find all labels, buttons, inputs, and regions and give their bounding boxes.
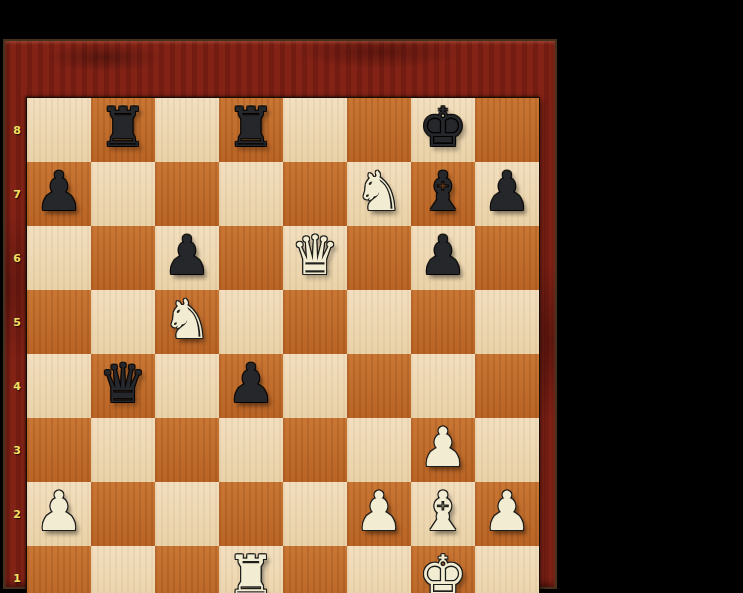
- black-king-piece[interactable]: ♚: [419, 101, 467, 155]
- square-a6[interactable]: [27, 226, 91, 290]
- square-c8[interactable]: [155, 98, 219, 162]
- square-h3[interactable]: [475, 418, 539, 482]
- black-pawn-piece[interactable]: ♟: [227, 357, 275, 411]
- square-h1[interactable]: [475, 546, 539, 593]
- square-a1[interactable]: [27, 546, 91, 593]
- square-c7[interactable]: [155, 162, 219, 226]
- white-queen-piece[interactable]: ♛: [291, 229, 339, 283]
- square-d3[interactable]: [219, 418, 283, 482]
- square-b1[interactable]: [91, 546, 155, 593]
- square-b5[interactable]: [91, 290, 155, 354]
- square-b3[interactable]: [91, 418, 155, 482]
- square-d2[interactable]: [219, 482, 283, 546]
- black-pawn-piece[interactable]: ♟: [483, 165, 531, 219]
- black-pawn-piece[interactable]: ♟: [35, 165, 83, 219]
- square-d4[interactable]: ♟: [219, 354, 283, 418]
- square-f6[interactable]: [347, 226, 411, 290]
- square-e7[interactable]: [283, 162, 347, 226]
- rank-label-8: 8: [8, 98, 26, 162]
- square-h8[interactable]: [475, 98, 539, 162]
- white-pawn-piece[interactable]: ♟: [355, 485, 403, 539]
- square-a3[interactable]: [27, 418, 91, 482]
- square-f5[interactable]: [347, 290, 411, 354]
- square-h5[interactable]: [475, 290, 539, 354]
- square-b6[interactable]: [91, 226, 155, 290]
- square-e5[interactable]: [283, 290, 347, 354]
- square-e4[interactable]: [283, 354, 347, 418]
- square-d5[interactable]: [219, 290, 283, 354]
- square-g1[interactable]: ♚: [411, 546, 475, 593]
- white-knight-piece[interactable]: ♞: [355, 165, 403, 219]
- rank-label-4: 4: [8, 354, 26, 418]
- chess-board: ♜♜♚♟♞♝♟♟♛♟♞♛♟♟♟♟♝♟♜♚: [26, 97, 540, 593]
- square-f3[interactable]: [347, 418, 411, 482]
- square-b2[interactable]: [91, 482, 155, 546]
- white-bishop-piece[interactable]: ♝: [419, 485, 467, 539]
- black-rook-piece[interactable]: ♜: [227, 101, 275, 155]
- square-a2[interactable]: ♟: [27, 482, 91, 546]
- square-f4[interactable]: [347, 354, 411, 418]
- square-c5[interactable]: ♞: [155, 290, 219, 354]
- square-h2[interactable]: ♟: [475, 482, 539, 546]
- square-b7[interactable]: [91, 162, 155, 226]
- square-c6[interactable]: ♟: [155, 226, 219, 290]
- square-e2[interactable]: [283, 482, 347, 546]
- square-g5[interactable]: [411, 290, 475, 354]
- black-pawn-piece[interactable]: ♟: [163, 229, 211, 283]
- white-knight-piece[interactable]: ♞: [163, 293, 211, 347]
- black-pawn-piece[interactable]: ♟: [419, 229, 467, 283]
- square-b4[interactable]: ♛: [91, 354, 155, 418]
- white-pawn-piece[interactable]: ♟: [483, 485, 531, 539]
- square-h4[interactable]: [475, 354, 539, 418]
- square-c3[interactable]: [155, 418, 219, 482]
- square-f2[interactable]: ♟: [347, 482, 411, 546]
- square-f1[interactable]: [347, 546, 411, 593]
- square-e6[interactable]: ♛: [283, 226, 347, 290]
- square-g3[interactable]: ♟: [411, 418, 475, 482]
- white-rook-piece[interactable]: ♜: [227, 549, 275, 593]
- square-d6[interactable]: [219, 226, 283, 290]
- rank-label-7: 7: [8, 162, 26, 226]
- rank-label-1: 1: [8, 546, 26, 593]
- square-c2[interactable]: [155, 482, 219, 546]
- square-d7[interactable]: [219, 162, 283, 226]
- square-a7[interactable]: ♟: [27, 162, 91, 226]
- square-c4[interactable]: [155, 354, 219, 418]
- square-d1[interactable]: ♜: [219, 546, 283, 593]
- black-rook-piece[interactable]: ♜: [99, 101, 147, 155]
- square-h6[interactable]: [475, 226, 539, 290]
- square-g6[interactable]: ♟: [411, 226, 475, 290]
- square-g4[interactable]: [411, 354, 475, 418]
- black-bishop-piece[interactable]: ♝: [419, 165, 467, 219]
- rank-label-5: 5: [8, 290, 26, 354]
- square-h7[interactable]: ♟: [475, 162, 539, 226]
- white-king-piece[interactable]: ♚: [419, 549, 467, 593]
- square-g8[interactable]: ♚: [411, 98, 475, 162]
- square-g2[interactable]: ♝: [411, 482, 475, 546]
- rank-label-6: 6: [8, 226, 26, 290]
- square-c1[interactable]: [155, 546, 219, 593]
- white-pawn-piece[interactable]: ♟: [419, 421, 467, 475]
- square-a4[interactable]: [27, 354, 91, 418]
- rank-labels: 87654321: [8, 98, 26, 593]
- square-b8[interactable]: ♜: [91, 98, 155, 162]
- square-f7[interactable]: ♞: [347, 162, 411, 226]
- square-e3[interactable]: [283, 418, 347, 482]
- square-f8[interactable]: [347, 98, 411, 162]
- square-a5[interactable]: [27, 290, 91, 354]
- square-d8[interactable]: ♜: [219, 98, 283, 162]
- rank-label-2: 2: [8, 482, 26, 546]
- white-pawn-piece[interactable]: ♟: [35, 485, 83, 539]
- square-e1[interactable]: [283, 546, 347, 593]
- square-a8[interactable]: [27, 98, 91, 162]
- square-e8[interactable]: [283, 98, 347, 162]
- square-g7[interactable]: ♝: [411, 162, 475, 226]
- chess-app-window: 87654321 ABCDEFGH ♜♜♚♟♞♝♟♟♛♟♞♛♟♟♟♟♝♟♜♚: [0, 0, 743, 593]
- board-frame: 87654321 ABCDEFGH ♜♜♚♟♞♝♟♟♛♟♞♛♟♟♟♟♝♟♜♚: [3, 39, 557, 589]
- rank-label-3: 3: [8, 418, 26, 482]
- black-queen-piece[interactable]: ♛: [99, 357, 147, 411]
